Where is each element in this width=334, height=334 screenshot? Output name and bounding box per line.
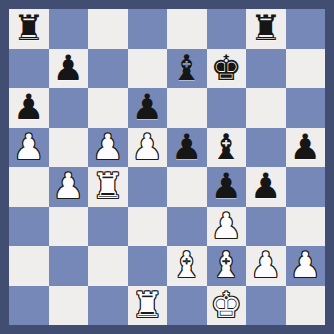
square-d7[interactable] bbox=[128, 49, 168, 89]
white-pawn-icon[interactable]: ♟ bbox=[132, 128, 163, 168]
square-g7[interactable] bbox=[246, 49, 286, 89]
square-b5[interactable] bbox=[49, 128, 89, 168]
white-pawn-icon[interactable]: ♟ bbox=[92, 128, 123, 168]
square-f5[interactable]: ♝ bbox=[207, 128, 247, 168]
black-pawn-icon[interactable]: ♟ bbox=[250, 167, 281, 207]
square-a7[interactable] bbox=[9, 49, 49, 89]
black-pawn-icon[interactable]: ♟ bbox=[53, 49, 84, 89]
square-f7[interactable]: ♚ bbox=[207, 49, 247, 89]
black-rook-icon[interactable]: ♜ bbox=[13, 9, 44, 49]
square-d6[interactable]: ♟ bbox=[128, 88, 168, 128]
white-pawn-icon[interactable]: ♟ bbox=[53, 167, 84, 207]
square-e1[interactable] bbox=[167, 286, 207, 326]
square-b7[interactable]: ♟ bbox=[49, 49, 89, 89]
black-pawn-icon[interactable]: ♟ bbox=[13, 88, 44, 128]
square-e7[interactable]: ♝ bbox=[167, 49, 207, 89]
square-g3[interactable] bbox=[246, 207, 286, 247]
square-b8[interactable] bbox=[49, 9, 89, 49]
square-a8[interactable]: ♜ bbox=[9, 9, 49, 49]
square-h8[interactable] bbox=[286, 9, 326, 49]
square-g5[interactable] bbox=[246, 128, 286, 168]
square-c4[interactable]: ♜ bbox=[88, 167, 128, 207]
square-a1[interactable] bbox=[9, 286, 49, 326]
white-bishop-icon[interactable]: ♝ bbox=[171, 246, 202, 286]
square-e5[interactable]: ♟ bbox=[167, 128, 207, 168]
square-e3[interactable] bbox=[167, 207, 207, 247]
white-bishop-icon[interactable]: ♝ bbox=[211, 246, 242, 286]
square-f6[interactable] bbox=[207, 88, 247, 128]
square-d4[interactable] bbox=[128, 167, 168, 207]
black-pawn-icon[interactable]: ♟ bbox=[171, 128, 202, 168]
square-d1[interactable]: ♜ bbox=[128, 286, 168, 326]
square-h3[interactable] bbox=[286, 207, 326, 247]
white-pawn-icon[interactable]: ♟ bbox=[290, 246, 321, 286]
square-g8[interactable]: ♜ bbox=[246, 9, 286, 49]
square-b6[interactable] bbox=[49, 88, 89, 128]
square-b1[interactable] bbox=[49, 286, 89, 326]
square-h2[interactable]: ♟ bbox=[286, 246, 326, 286]
square-f1[interactable]: ♚ bbox=[207, 286, 247, 326]
square-b4[interactable]: ♟ bbox=[49, 167, 89, 207]
square-c2[interactable] bbox=[88, 246, 128, 286]
black-king-icon[interactable]: ♚ bbox=[211, 49, 242, 89]
square-c8[interactable] bbox=[88, 9, 128, 49]
square-d3[interactable] bbox=[128, 207, 168, 247]
square-f8[interactable] bbox=[207, 9, 247, 49]
square-h4[interactable] bbox=[286, 167, 326, 207]
square-f2[interactable]: ♝ bbox=[207, 246, 247, 286]
square-c3[interactable] bbox=[88, 207, 128, 247]
white-rook-icon[interactable]: ♜ bbox=[92, 167, 123, 207]
chess-board: ♜♜♟♝♚♟♟♟♟♟♟♝♟♟♜♟♟♟♝♝♟♟♜♚ bbox=[0, 0, 334, 334]
square-h6[interactable] bbox=[286, 88, 326, 128]
black-rook-icon[interactable]: ♜ bbox=[250, 9, 281, 49]
square-b3[interactable] bbox=[49, 207, 89, 247]
black-pawn-icon[interactable]: ♟ bbox=[290, 128, 321, 168]
square-b2[interactable] bbox=[49, 246, 89, 286]
square-h5[interactable]: ♟ bbox=[286, 128, 326, 168]
square-g4[interactable]: ♟ bbox=[246, 167, 286, 207]
white-pawn-icon[interactable]: ♟ bbox=[250, 246, 281, 286]
square-e4[interactable] bbox=[167, 167, 207, 207]
square-d8[interactable] bbox=[128, 9, 168, 49]
square-a4[interactable] bbox=[9, 167, 49, 207]
white-rook-icon[interactable]: ♜ bbox=[132, 286, 163, 326]
square-h7[interactable] bbox=[286, 49, 326, 89]
square-e6[interactable] bbox=[167, 88, 207, 128]
square-c5[interactable]: ♟ bbox=[88, 128, 128, 168]
square-f4[interactable]: ♟ bbox=[207, 167, 247, 207]
square-a6[interactable]: ♟ bbox=[9, 88, 49, 128]
black-pawn-icon[interactable]: ♟ bbox=[211, 167, 242, 207]
black-bishop-icon[interactable]: ♝ bbox=[211, 128, 242, 168]
square-g6[interactable] bbox=[246, 88, 286, 128]
square-a2[interactable] bbox=[9, 246, 49, 286]
white-pawn-icon[interactable]: ♟ bbox=[211, 207, 242, 247]
black-bishop-icon[interactable]: ♝ bbox=[171, 49, 202, 89]
square-h1[interactable] bbox=[286, 286, 326, 326]
square-a5[interactable]: ♟ bbox=[9, 128, 49, 168]
square-c6[interactable] bbox=[88, 88, 128, 128]
square-d5[interactable]: ♟ bbox=[128, 128, 168, 168]
square-c7[interactable] bbox=[88, 49, 128, 89]
black-pawn-icon[interactable]: ♟ bbox=[132, 88, 163, 128]
white-pawn-icon[interactable]: ♟ bbox=[13, 128, 44, 168]
square-a3[interactable] bbox=[9, 207, 49, 247]
square-f3[interactable]: ♟ bbox=[207, 207, 247, 247]
square-d2[interactable] bbox=[128, 246, 168, 286]
board-grid: ♜♜♟♝♚♟♟♟♟♟♟♝♟♟♜♟♟♟♝♝♟♟♜♚ bbox=[9, 9, 325, 325]
square-g1[interactable] bbox=[246, 286, 286, 326]
square-g2[interactable]: ♟ bbox=[246, 246, 286, 286]
white-king-icon[interactable]: ♚ bbox=[211, 286, 242, 326]
square-e8[interactable] bbox=[167, 9, 207, 49]
square-e2[interactable]: ♝ bbox=[167, 246, 207, 286]
square-c1[interactable] bbox=[88, 286, 128, 326]
